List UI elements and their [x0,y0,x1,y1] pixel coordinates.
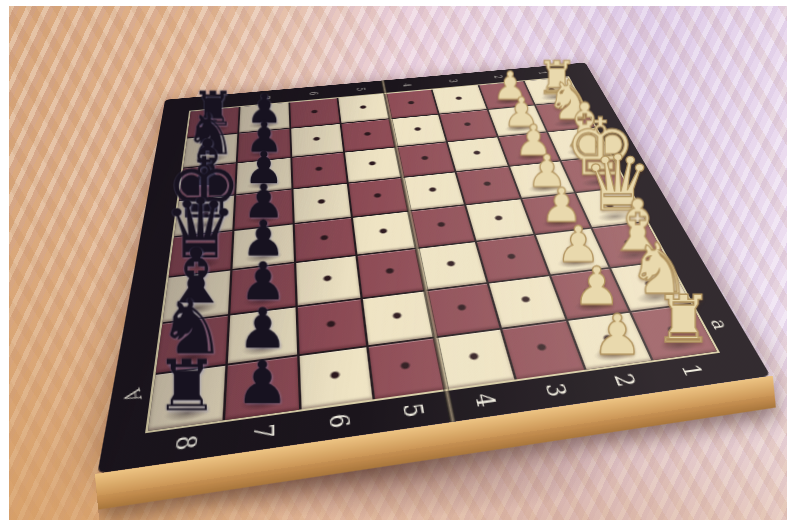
square-b6[interactable] [297,299,366,354]
square-d6[interactable] [294,218,355,262]
square-f4[interactable] [397,142,455,176]
square-e5[interactable] [349,178,408,217]
rank-label-back-8: 8 [201,89,231,116]
square-a4[interactable] [436,329,515,389]
square-d3[interactable] [466,199,532,240]
square-a8[interactable]: ♜ [148,365,226,430]
square-f5[interactable] [345,147,401,182]
piece-black-pawn-a7[interactable]: ♟ [235,352,288,412]
square-e6[interactable] [293,184,351,223]
square-c5[interactable] [357,249,424,297]
bedsheet-background: ♜♟♟♜♞♟♟♞♝♟♟♝♚♟♟♚♛♟♟♛♝♟♟♝♞♟♟♞♜♟♟♜ 8765432… [9,6,787,520]
square-a3[interactable] [503,321,584,379]
square-e4[interactable] [403,172,464,210]
square-e3[interactable] [457,167,520,204]
square-b4[interactable] [427,283,500,336]
rank-label-back-7: 7 [251,85,279,112]
square-c4[interactable] [418,242,487,289]
piece-white-pawn-a2[interactable]: ♟ [592,306,642,362]
square-f6[interactable] [292,152,347,188]
square-c6[interactable] [296,256,360,305]
rank-label-back-6: 6 [299,80,328,107]
square-a7[interactable]: ♟ [225,356,298,420]
square-b3[interactable] [489,276,565,328]
square-d4[interactable] [410,206,475,248]
square-f3[interactable] [448,137,507,171]
square-a2[interactable]: ♟ [568,313,651,370]
rank-label-back-5: 5 [345,76,375,102]
square-g6[interactable] [291,124,343,156]
square-a1[interactable]: ♜ [631,304,717,360]
piece-white-rook-a1[interactable]: ♜ [655,288,713,353]
square-g3[interactable] [440,110,496,141]
square-d5[interactable] [353,212,416,255]
scene: ♜♟♟♜♞♟♟♞♝♟♟♝♚♟♟♚♛♟♟♛♝♟♟♝♞♟♟♞♜♟♟♜ 8765432… [9,6,787,520]
square-g4[interactable] [391,115,446,146]
square-g5[interactable] [341,119,394,151]
square-c3[interactable] [477,236,548,282]
square-b5[interactable] [363,291,434,345]
rank-label-back-4: 4 [391,72,423,98]
piece-black-rook-a8[interactable]: ♜ [154,352,217,423]
board-perspective-wrapper: ♜♟♟♜♞♟♟♞♝♟♟♝♚♟♟♚♛♟♟♛♝♟♟♝♞♟♟♞♜♟♟♜ 8765432… [97,63,770,474]
photo-print: ♜♟♟♜♞♟♟♞♝♟♟♝♚♟♟♚♛♟♟♛♝♟♟♝♞♟♟♞♜♟♟♜ 8765432… [0,0,800,527]
